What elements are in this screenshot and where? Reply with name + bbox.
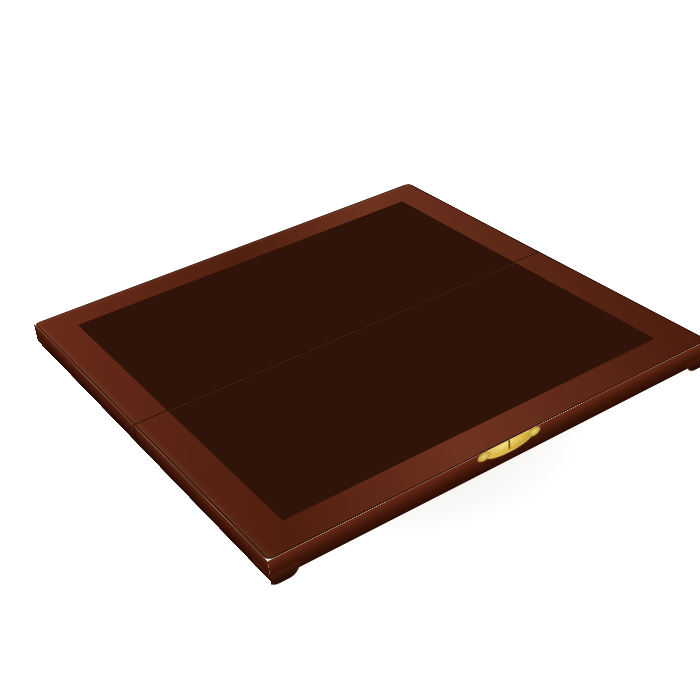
board-foot xyxy=(686,352,700,375)
file-labels-near-edge xyxy=(258,330,689,547)
product-photo-stage xyxy=(0,0,700,700)
chess-board xyxy=(34,183,700,561)
board-foot xyxy=(266,561,302,590)
piece-shadows xyxy=(34,183,700,561)
scene xyxy=(0,0,700,700)
board-face xyxy=(34,183,700,561)
